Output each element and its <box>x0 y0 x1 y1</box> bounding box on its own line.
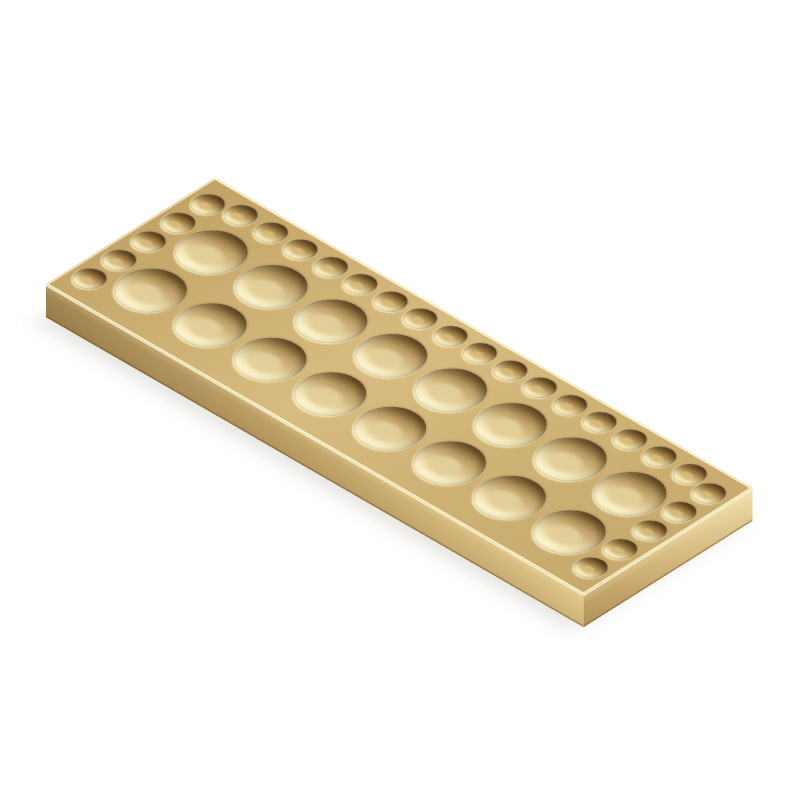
product-photo-stage <box>0 0 800 800</box>
small-well-right-5 <box>567 553 615 582</box>
small-well-right-3 <box>626 516 674 545</box>
small-well-left-3 <box>125 227 173 256</box>
small-well-left-5 <box>66 264 114 293</box>
